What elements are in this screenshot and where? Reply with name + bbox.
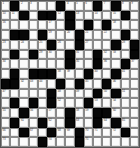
black-cell bbox=[47, 89, 56, 99]
grid-cell[interactable] bbox=[102, 69, 111, 79]
clue-number: 59 bbox=[85, 109, 88, 113]
black-cell bbox=[102, 79, 111, 89]
grid-cell[interactable]: 68 bbox=[56, 128, 65, 138]
grid-cell[interactable]: 43 bbox=[29, 79, 38, 89]
clue-number: 55 bbox=[3, 109, 6, 113]
black-cell bbox=[65, 11, 74, 21]
grid-cell[interactable]: 59 bbox=[84, 108, 93, 118]
black-cell bbox=[38, 69, 47, 79]
clue-number: 38 bbox=[58, 70, 61, 74]
grid-cell[interactable]: 25 bbox=[38, 40, 47, 50]
black-cell bbox=[38, 30, 47, 40]
grid-cell[interactable] bbox=[65, 98, 74, 108]
clue-number: 15 bbox=[113, 12, 116, 16]
grid-cell[interactable] bbox=[130, 98, 139, 108]
grid-cell[interactable] bbox=[121, 137, 130, 147]
black-cell bbox=[29, 98, 38, 108]
black-cell bbox=[102, 20, 111, 30]
grid-cell[interactable]: 24 bbox=[19, 40, 28, 50]
clue-number: 29 bbox=[39, 51, 42, 55]
clue-number: 22 bbox=[104, 31, 107, 35]
grid-cell[interactable] bbox=[1, 98, 10, 108]
clue-number: 24 bbox=[21, 41, 24, 45]
black-cell bbox=[47, 40, 56, 50]
black-cell bbox=[1, 79, 10, 89]
black-cell bbox=[75, 40, 84, 50]
clue-number: 42 bbox=[21, 80, 24, 84]
black-cell bbox=[65, 59, 74, 69]
black-cell bbox=[121, 30, 130, 40]
clue-number: 21 bbox=[85, 31, 88, 35]
grid-cell[interactable]: 49 bbox=[75, 89, 84, 99]
grid-cell[interactable]: 51 bbox=[121, 89, 130, 99]
grid-cell[interactable] bbox=[56, 50, 65, 60]
black-cell bbox=[111, 40, 120, 50]
grid-cell[interactable]: 73 bbox=[1, 137, 10, 147]
grid-cell[interactable]: 42 bbox=[19, 79, 28, 89]
black-cell bbox=[93, 118, 102, 128]
grid-cell[interactable]: 21 bbox=[84, 30, 93, 40]
clue-number: 68 bbox=[58, 129, 61, 133]
grid-cell[interactable]: 16 bbox=[1, 20, 10, 30]
grid-cell[interactable] bbox=[65, 137, 74, 147]
grid-cell[interactable] bbox=[84, 59, 93, 69]
clue-number: 37 bbox=[131, 60, 134, 64]
black-cell bbox=[19, 11, 28, 21]
grid-cell[interactable] bbox=[130, 11, 139, 21]
grid-cell[interactable]: 34 bbox=[1, 59, 10, 69]
grid-cell[interactable] bbox=[1, 50, 10, 60]
grid-cell[interactable]: 35 bbox=[75, 59, 84, 69]
grid-cell[interactable]: 57 bbox=[47, 108, 56, 118]
grid-cell[interactable]: 22 bbox=[102, 30, 111, 40]
grid-cell[interactable] bbox=[38, 128, 47, 138]
grid-cell[interactable]: 37 bbox=[130, 59, 139, 69]
grid-cell[interactable] bbox=[130, 79, 139, 89]
clue-number: 40 bbox=[94, 70, 97, 74]
grid-cell[interactable]: 1 bbox=[1, 1, 10, 11]
clue-number: 69 bbox=[67, 129, 70, 133]
grid-cell[interactable]: 26 bbox=[56, 40, 65, 50]
grid-cell[interactable]: 74 bbox=[47, 137, 56, 147]
black-cell bbox=[121, 11, 130, 21]
clue-number: 49 bbox=[76, 90, 79, 94]
grid-cell[interactable]: 18 bbox=[111, 20, 120, 30]
grid-cell[interactable] bbox=[1, 118, 10, 128]
black-cell bbox=[130, 50, 139, 60]
grid-cell[interactable]: 45 bbox=[84, 79, 93, 89]
black-cell bbox=[111, 69, 120, 79]
grid-cell[interactable] bbox=[38, 20, 47, 30]
grid-cell[interactable]: 13 bbox=[75, 11, 84, 21]
grid-cell[interactable]: 55 bbox=[1, 108, 10, 118]
grid-cell[interactable] bbox=[47, 1, 56, 11]
grid-cell[interactable]: 2 bbox=[19, 1, 28, 11]
black-cell bbox=[56, 1, 65, 11]
grid-cell[interactable] bbox=[38, 89, 47, 99]
grid-cell[interactable] bbox=[102, 11, 111, 21]
black-cell bbox=[93, 89, 102, 99]
clue-number: 60 bbox=[113, 109, 116, 113]
black-cell bbox=[111, 89, 120, 99]
grid-cell[interactable]: 75 bbox=[84, 137, 93, 147]
clue-number: 23 bbox=[3, 41, 6, 45]
grid-cell[interactable]: 15 bbox=[111, 11, 120, 21]
black-cell bbox=[102, 108, 111, 118]
clue-number: 17 bbox=[48, 21, 51, 25]
clue-number: 33 bbox=[113, 51, 116, 55]
clue-number: 44 bbox=[39, 80, 42, 84]
black-cell bbox=[10, 98, 19, 108]
grid-cell[interactable] bbox=[65, 40, 74, 50]
clue-number: 53 bbox=[94, 99, 97, 103]
crossword-grid: 1234567891011121314151617181920212223242… bbox=[0, 0, 140, 148]
grid-cell[interactable]: 39 bbox=[65, 69, 74, 79]
grid-cell[interactable]: 33 bbox=[111, 50, 120, 60]
grid-cell[interactable] bbox=[111, 30, 120, 40]
grid-cell[interactable]: 41 bbox=[121, 69, 130, 79]
grid-cell[interactable] bbox=[84, 118, 93, 128]
grid-cell[interactable]: 27 bbox=[84, 40, 93, 50]
black-cell bbox=[84, 69, 93, 79]
grid-cell[interactable] bbox=[65, 89, 74, 99]
grid-cell[interactable] bbox=[19, 59, 28, 69]
grid-cell[interactable] bbox=[29, 30, 38, 40]
grid-cell[interactable] bbox=[93, 79, 102, 89]
grid-cell[interactable] bbox=[121, 79, 130, 89]
clue-number: 12 bbox=[58, 12, 61, 16]
grid-cell[interactable] bbox=[19, 20, 28, 30]
clue-number: 39 bbox=[67, 70, 70, 74]
black-cell bbox=[38, 118, 47, 128]
black-cell bbox=[10, 118, 19, 128]
grid-cell[interactable] bbox=[10, 89, 19, 99]
grid-cell[interactable]: 28 bbox=[121, 40, 130, 50]
black-cell bbox=[10, 1, 19, 11]
black-cell bbox=[29, 50, 38, 60]
clue-number: 25 bbox=[39, 41, 42, 45]
grid-cell[interactable] bbox=[75, 20, 84, 30]
grid-cell[interactable] bbox=[19, 69, 28, 79]
black-cell bbox=[47, 11, 56, 21]
grid-cell[interactable] bbox=[75, 98, 84, 108]
black-cell bbox=[65, 108, 74, 118]
grid-cell[interactable] bbox=[38, 59, 47, 69]
grid-cell[interactable]: 63 bbox=[75, 118, 84, 128]
black-cell bbox=[84, 20, 93, 30]
black-cell bbox=[111, 118, 120, 128]
black-cell bbox=[10, 69, 19, 79]
black-cell bbox=[75, 128, 84, 138]
grid-cell[interactable] bbox=[121, 98, 130, 108]
grid-cell[interactable]: 32 bbox=[102, 50, 111, 60]
grid-cell[interactable]: 4 bbox=[65, 1, 74, 11]
black-cell bbox=[121, 128, 130, 138]
grid-cell[interactable] bbox=[29, 20, 38, 30]
clue-number: 8 bbox=[122, 2, 123, 6]
grid-cell[interactable] bbox=[130, 118, 139, 128]
grid-cell[interactable]: 5 bbox=[75, 1, 84, 11]
grid-cell[interactable]: 64 bbox=[102, 118, 111, 128]
grid-cell[interactable] bbox=[75, 69, 84, 79]
clue-number: 58 bbox=[76, 109, 79, 113]
grid-cell[interactable]: 30 bbox=[47, 50, 56, 60]
grid-cell[interactable]: 31 bbox=[75, 50, 84, 60]
grid-cell[interactable]: 10 bbox=[1, 11, 10, 21]
black-cell bbox=[38, 137, 47, 147]
black-cell bbox=[10, 79, 19, 89]
grid-cell[interactable] bbox=[102, 40, 111, 50]
black-cell bbox=[93, 59, 102, 69]
grid-cell[interactable] bbox=[10, 59, 19, 69]
clue-number: 10 bbox=[3, 12, 6, 16]
grid-cell[interactable]: 19 bbox=[47, 30, 56, 40]
clue-number: 50 bbox=[104, 90, 107, 94]
grid-cell[interactable] bbox=[19, 98, 28, 108]
clue-number: 46 bbox=[113, 80, 116, 84]
black-cell bbox=[38, 11, 47, 21]
grid-cell[interactable] bbox=[29, 118, 38, 128]
clue-number: 61 bbox=[21, 119, 24, 123]
clue-number: 63 bbox=[76, 119, 79, 123]
clue-number: 41 bbox=[122, 70, 125, 74]
clue-number: 47 bbox=[3, 90, 6, 94]
grid-cell[interactable] bbox=[56, 137, 65, 147]
black-cell bbox=[19, 128, 28, 138]
grid-cell[interactable]: 61 bbox=[19, 118, 28, 128]
clue-number: 26 bbox=[58, 41, 61, 45]
grid-cell[interactable] bbox=[38, 1, 47, 11]
grid-cell[interactable] bbox=[111, 137, 120, 147]
grid-cell[interactable]: 71 bbox=[93, 128, 102, 138]
clue-number: 35 bbox=[76, 60, 79, 64]
clue-number: 45 bbox=[85, 80, 88, 84]
clue-number: 72 bbox=[113, 129, 116, 133]
clue-number: 3 bbox=[30, 2, 31, 6]
grid-cell[interactable] bbox=[65, 79, 74, 89]
grid-cell[interactable] bbox=[56, 20, 65, 30]
grid-cell[interactable] bbox=[10, 108, 19, 118]
black-cell bbox=[75, 30, 84, 40]
grid-cell[interactable] bbox=[56, 108, 65, 118]
grid-cell[interactable] bbox=[38, 108, 47, 118]
black-cell bbox=[47, 69, 56, 79]
grid-cell[interactable]: 56 bbox=[29, 108, 38, 118]
black-cell bbox=[93, 108, 102, 118]
grid-cell[interactable] bbox=[130, 20, 139, 30]
grid-cell[interactable] bbox=[111, 59, 120, 69]
grid-cell[interactable] bbox=[1, 69, 10, 79]
clue-number: 1 bbox=[3, 2, 4, 6]
clue-number: 31 bbox=[76, 51, 79, 55]
grid-cell[interactable]: 3 bbox=[29, 1, 38, 11]
clue-number: 7 bbox=[104, 2, 105, 6]
grid-cell[interactable] bbox=[102, 98, 111, 108]
black-cell bbox=[65, 50, 74, 60]
grid-cell[interactable]: 47 bbox=[1, 89, 10, 99]
grid-cell[interactable]: 60 bbox=[111, 108, 120, 118]
grid-cell[interactable] bbox=[93, 30, 102, 40]
grid-cell[interactable]: 12 bbox=[56, 11, 65, 21]
clue-number: 18 bbox=[113, 21, 116, 25]
grid-cell[interactable]: 48 bbox=[56, 89, 65, 99]
grid-cell[interactable] bbox=[102, 128, 111, 138]
grid-cell[interactable] bbox=[10, 40, 19, 50]
clue-number: 5 bbox=[76, 2, 77, 6]
grid-cell[interactable] bbox=[93, 137, 102, 147]
black-cell bbox=[56, 79, 65, 89]
grid-cell[interactable]: 29 bbox=[38, 50, 47, 60]
grid-cell[interactable] bbox=[10, 137, 19, 147]
clue-number: 27 bbox=[85, 41, 88, 45]
black-cell bbox=[65, 118, 74, 128]
grid-cell[interactable] bbox=[19, 50, 28, 60]
grid-cell[interactable]: 14 bbox=[93, 11, 102, 21]
grid-cell[interactable] bbox=[102, 137, 111, 147]
clue-number: 48 bbox=[58, 90, 61, 94]
grid-cell[interactable] bbox=[84, 89, 93, 99]
grid-cell[interactable] bbox=[93, 20, 102, 30]
black-cell bbox=[111, 1, 120, 11]
black-cell bbox=[10, 30, 19, 40]
clue-number: 67 bbox=[30, 129, 33, 133]
grid-cell[interactable] bbox=[10, 128, 19, 138]
grid-cell[interactable] bbox=[56, 118, 65, 128]
grid-cell[interactable]: 17 bbox=[47, 20, 56, 30]
black-cell bbox=[29, 69, 38, 79]
grid-cell[interactable] bbox=[93, 40, 102, 50]
grid-cell[interactable] bbox=[38, 98, 47, 108]
clue-number: 56 bbox=[30, 109, 33, 113]
grid-cell[interactable] bbox=[56, 30, 65, 40]
grid-cell[interactable] bbox=[10, 20, 19, 30]
clue-number: 30 bbox=[48, 51, 51, 55]
grid-cell[interactable]: 70 bbox=[84, 128, 93, 138]
grid-cell[interactable]: 67 bbox=[29, 128, 38, 138]
clue-number: 64 bbox=[104, 119, 107, 123]
grid-cell[interactable] bbox=[47, 79, 56, 89]
grid-cell[interactable] bbox=[29, 40, 38, 50]
clue-number: 13 bbox=[76, 12, 79, 16]
grid-cell[interactable]: 54 bbox=[111, 98, 120, 108]
grid-cell[interactable]: 9 bbox=[130, 1, 139, 11]
grid-cell[interactable] bbox=[130, 69, 139, 79]
black-cell bbox=[93, 1, 102, 11]
clue-number: 36 bbox=[104, 60, 107, 64]
clue-number: 51 bbox=[122, 90, 125, 94]
black-cell bbox=[121, 59, 130, 69]
clue-number: 54 bbox=[113, 99, 116, 103]
grid-cell[interactable] bbox=[29, 89, 38, 99]
grid-cell[interactable]: 44 bbox=[38, 79, 47, 89]
grid-cell[interactable]: 72 bbox=[111, 128, 120, 138]
black-cell bbox=[93, 50, 102, 60]
grid-cell[interactable] bbox=[19, 137, 28, 147]
black-cell bbox=[19, 30, 28, 40]
black-cell bbox=[84, 98, 93, 108]
grid-cell[interactable]: 8 bbox=[121, 1, 130, 11]
clue-number: 65 bbox=[122, 119, 125, 123]
clue-number: 28 bbox=[122, 41, 125, 45]
clue-number: 4 bbox=[67, 2, 68, 6]
clue-number: 19 bbox=[48, 31, 51, 35]
clue-number: 52 bbox=[58, 99, 61, 103]
grid-cell[interactable]: 65 bbox=[121, 118, 130, 128]
grid-cell[interactable] bbox=[130, 30, 139, 40]
grid-cell[interactable]: 62 bbox=[47, 118, 56, 128]
grid-cell[interactable] bbox=[19, 89, 28, 99]
grid-cell[interactable] bbox=[84, 11, 93, 21]
grid-cell[interactable] bbox=[84, 50, 93, 60]
clue-number: 2 bbox=[21, 2, 22, 6]
black-cell bbox=[65, 20, 74, 30]
clue-number: 57 bbox=[48, 109, 51, 113]
grid-cell[interactable]: 23 bbox=[1, 40, 10, 50]
grid-cell[interactable] bbox=[121, 20, 130, 30]
clue-number: 11 bbox=[12, 12, 15, 16]
clue-number: 34 bbox=[3, 60, 6, 64]
clue-number: 20 bbox=[67, 31, 70, 35]
grid-cell[interactable]: 38 bbox=[56, 69, 65, 79]
clue-number: 70 bbox=[85, 129, 88, 133]
black-cell bbox=[75, 137, 84, 147]
clue-number: 43 bbox=[30, 80, 33, 84]
grid-cell[interactable]: 36 bbox=[102, 59, 111, 69]
grid-cell[interactable]: 69 bbox=[65, 128, 74, 138]
black-cell bbox=[47, 128, 56, 138]
grid-cell[interactable]: 50 bbox=[102, 89, 111, 99]
grid-cell[interactable] bbox=[130, 108, 139, 118]
clue-number: 66 bbox=[3, 129, 6, 133]
clue-number: 14 bbox=[94, 12, 97, 16]
clue-number: 75 bbox=[85, 138, 88, 142]
grid-cell[interactable]: 52 bbox=[56, 98, 65, 108]
clue-number: 9 bbox=[131, 2, 132, 6]
clue-number: 71 bbox=[94, 129, 97, 133]
black-cell bbox=[19, 108, 28, 118]
grid-cell[interactable]: 11 bbox=[10, 11, 19, 21]
grid-cell[interactable]: 20 bbox=[65, 30, 74, 40]
grid-cell[interactable]: 53 bbox=[93, 98, 102, 108]
clue-number: 62 bbox=[48, 119, 51, 123]
grid-cell[interactable] bbox=[130, 137, 139, 147]
clue-number: 73 bbox=[3, 138, 6, 142]
black-cell bbox=[130, 40, 139, 50]
grid-cell[interactable]: 46 bbox=[111, 79, 120, 89]
black-cell bbox=[10, 50, 19, 60]
grid-cell[interactable] bbox=[29, 137, 38, 147]
grid-cell[interactable] bbox=[29, 59, 38, 69]
grid-cell[interactable] bbox=[1, 30, 10, 40]
clue-number: 32 bbox=[104, 51, 107, 55]
grid-cell[interactable]: 66 bbox=[1, 128, 10, 138]
grid-cell[interactable] bbox=[121, 50, 130, 60]
grid-cell[interactable]: 6 bbox=[84, 1, 93, 11]
grid-cell[interactable] bbox=[29, 11, 38, 21]
grid-cell[interactable] bbox=[130, 89, 139, 99]
grid-cell[interactable] bbox=[121, 108, 130, 118]
grid-cell[interactable] bbox=[47, 59, 56, 69]
grid-cell[interactable]: 58 bbox=[75, 108, 84, 118]
clue-number: 6 bbox=[85, 2, 86, 6]
grid-cell[interactable] bbox=[130, 128, 139, 138]
grid-cell[interactable]: 7 bbox=[102, 1, 111, 11]
black-cell bbox=[47, 98, 56, 108]
grid-cell[interactable] bbox=[56, 59, 65, 69]
clue-number: 16 bbox=[3, 21, 6, 25]
grid-cell[interactable]: 40 bbox=[93, 69, 102, 79]
clue-number: 74 bbox=[48, 138, 51, 142]
